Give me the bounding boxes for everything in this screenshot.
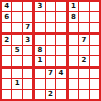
cell-r3c4[interactable] bbox=[35, 23, 44, 32]
cell-r7c1[interactable] bbox=[2, 69, 11, 78]
cell-r1c4[interactable]: 3 bbox=[35, 2, 44, 11]
cell-r1c8[interactable] bbox=[79, 2, 88, 11]
given-digit: 5 bbox=[15, 47, 20, 54]
cell-r2c7[interactable]: 8 bbox=[69, 12, 78, 21]
cell-r7c2[interactable] bbox=[12, 69, 21, 78]
cell-r8c8[interactable] bbox=[79, 79, 88, 88]
cell-r5c3[interactable] bbox=[23, 46, 32, 55]
given-digit: 7 bbox=[48, 70, 53, 77]
cell-r4c6[interactable] bbox=[56, 35, 65, 44]
given-digit: 7 bbox=[25, 24, 30, 31]
cell-r2c9[interactable] bbox=[90, 12, 99, 21]
cell-r9c4[interactable] bbox=[35, 90, 44, 99]
cell-r7c8[interactable] bbox=[79, 69, 88, 78]
given-digit: 2 bbox=[4, 37, 9, 44]
cell-r7c9[interactable] bbox=[90, 69, 99, 78]
cell-r2c1[interactable]: 6 bbox=[2, 12, 11, 21]
cell-r6c4[interactable]: 1 bbox=[35, 56, 44, 65]
given-digit: 6 bbox=[4, 14, 9, 21]
cell-r3c7[interactable] bbox=[69, 23, 78, 32]
cell-r5c8[interactable] bbox=[79, 46, 88, 55]
given-digit: 3 bbox=[38, 3, 43, 10]
cell-r3c5[interactable] bbox=[46, 23, 55, 32]
cell-r7c6[interactable]: 4 bbox=[56, 69, 65, 78]
cell-r4c3[interactable]: 3 bbox=[23, 35, 32, 44]
cell-r8c6[interactable] bbox=[56, 79, 65, 88]
cell-r4c4[interactable] bbox=[35, 35, 44, 44]
given-digit: 1 bbox=[71, 3, 76, 10]
cell-r4c2[interactable] bbox=[12, 35, 21, 44]
cell-r3c6[interactable] bbox=[56, 23, 65, 32]
given-digit: 1 bbox=[15, 80, 20, 87]
given-digit: 3 bbox=[25, 37, 30, 44]
cell-r9c3[interactable] bbox=[23, 90, 32, 99]
cell-r7c5[interactable]: 7 bbox=[46, 69, 55, 78]
cell-r1c3[interactable] bbox=[23, 2, 32, 11]
cell-r6c9[interactable] bbox=[90, 56, 99, 65]
cell-r6c6[interactable] bbox=[56, 56, 65, 65]
cell-r9c1[interactable] bbox=[2, 90, 11, 99]
cell-r8c5[interactable] bbox=[46, 79, 55, 88]
cell-r8c9[interactable] bbox=[90, 79, 99, 88]
given-digit: 1 bbox=[38, 57, 43, 64]
cell-r9c8[interactable] bbox=[79, 90, 88, 99]
cell-r7c3[interactable] bbox=[23, 69, 32, 78]
cell-r3c9[interactable] bbox=[90, 23, 99, 32]
given-digit: 8 bbox=[71, 14, 76, 21]
cell-r9c6[interactable] bbox=[56, 90, 65, 99]
cell-r4c7[interactable] bbox=[69, 35, 78, 44]
cell-r9c5[interactable]: 2 bbox=[46, 90, 55, 99]
cell-r5c6[interactable] bbox=[56, 46, 65, 55]
given-digit: 4 bbox=[4, 3, 9, 10]
cell-r6c1[interactable] bbox=[2, 56, 11, 65]
cell-r4c5[interactable] bbox=[46, 35, 55, 44]
cell-r1c6[interactable] bbox=[56, 2, 65, 11]
cell-r6c7[interactable] bbox=[69, 56, 78, 65]
cell-r4c9[interactable] bbox=[90, 35, 99, 44]
cell-r1c5[interactable] bbox=[46, 2, 55, 11]
cell-r4c8[interactable]: 7 bbox=[79, 35, 88, 44]
cell-r5c5[interactable] bbox=[46, 46, 55, 55]
given-digit: 8 bbox=[38, 47, 43, 54]
cell-r1c9[interactable] bbox=[90, 2, 99, 11]
cell-r5c1[interactable] bbox=[2, 46, 11, 55]
cell-r6c3[interactable] bbox=[23, 56, 32, 65]
cell-r3c1[interactable] bbox=[2, 23, 11, 32]
cell-r6c2[interactable] bbox=[12, 56, 21, 65]
cell-r8c1[interactable] bbox=[2, 79, 11, 88]
cell-r5c4[interactable]: 8 bbox=[35, 46, 44, 55]
cell-r6c5[interactable] bbox=[46, 56, 55, 65]
cell-r9c7[interactable] bbox=[69, 90, 78, 99]
cell-r3c2[interactable] bbox=[12, 23, 21, 32]
cell-r2c6[interactable] bbox=[56, 12, 65, 21]
cell-r7c7[interactable] bbox=[69, 69, 78, 78]
cell-r2c2[interactable] bbox=[12, 12, 21, 21]
cell-r5c7[interactable] bbox=[69, 46, 78, 55]
given-digit: 7 bbox=[81, 37, 86, 44]
cell-r2c5[interactable] bbox=[46, 12, 55, 21]
cell-r3c8[interactable] bbox=[79, 23, 88, 32]
sudoku-board: 43168723758127412 bbox=[0, 0, 101, 101]
cell-r3c3[interactable]: 7 bbox=[23, 23, 32, 32]
cell-r2c3[interactable] bbox=[23, 12, 32, 21]
cell-r2c8[interactable] bbox=[79, 12, 88, 21]
cell-r8c7[interactable] bbox=[69, 79, 78, 88]
given-digit: 2 bbox=[48, 91, 53, 98]
cell-r5c2[interactable]: 5 bbox=[12, 46, 21, 55]
given-digit: 2 bbox=[81, 57, 86, 64]
cell-r6c8[interactable]: 2 bbox=[79, 56, 88, 65]
cell-r8c3[interactable] bbox=[23, 79, 32, 88]
cell-r4c1[interactable]: 2 bbox=[2, 35, 11, 44]
given-digit: 4 bbox=[59, 70, 64, 77]
cell-r2c4[interactable] bbox=[35, 12, 44, 21]
cell-r5c9[interactable] bbox=[90, 46, 99, 55]
cell-r9c9[interactable] bbox=[90, 90, 99, 99]
cell-r8c2[interactable]: 1 bbox=[12, 79, 21, 88]
cell-r9c2[interactable] bbox=[12, 90, 21, 99]
cell-r7c4[interactable] bbox=[35, 69, 44, 78]
cell-r8c4[interactable] bbox=[35, 79, 44, 88]
cell-r1c1[interactable]: 4 bbox=[2, 2, 11, 11]
cell-r1c2[interactable] bbox=[12, 2, 21, 11]
cell-r1c7[interactable]: 1 bbox=[69, 2, 78, 11]
